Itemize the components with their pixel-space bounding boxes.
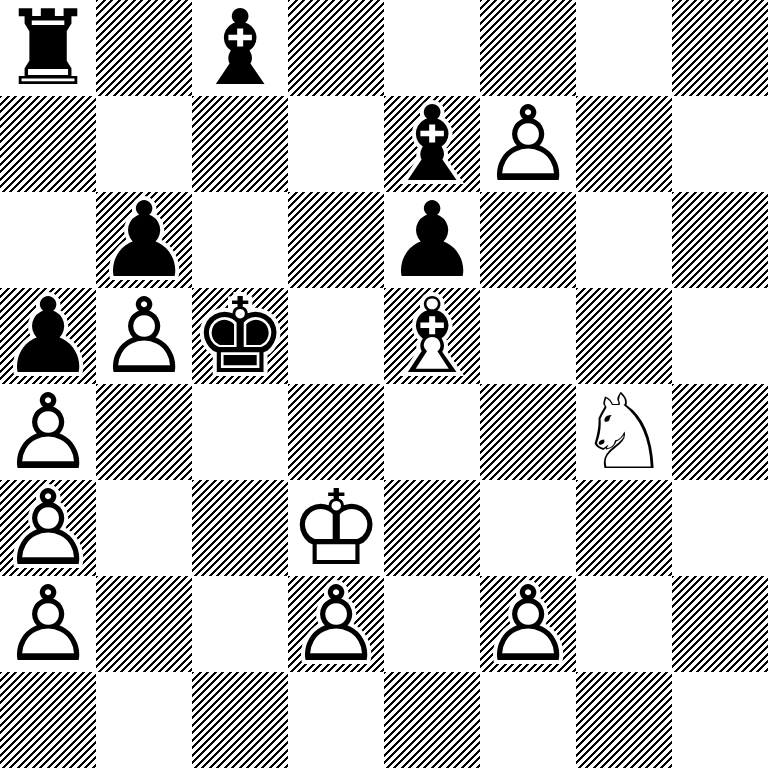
piece-white-king: ♚♔ xyxy=(288,480,384,576)
black-pawn-icon: ♟ xyxy=(0,288,96,384)
square-a2[interactable]: ♟♙ xyxy=(0,576,96,672)
square-h1[interactable] xyxy=(672,672,768,768)
square-g7[interactable] xyxy=(576,96,672,192)
piece-black-pawn: ♟♟ xyxy=(0,288,96,384)
piece-white-pawn: ♟♙ xyxy=(480,576,576,672)
square-f4[interactable] xyxy=(480,384,576,480)
square-f8[interactable] xyxy=(480,0,576,96)
white-pawn-icon: ♙ xyxy=(288,576,384,672)
square-c6[interactable] xyxy=(192,192,288,288)
piece-black-bishop: ♝♝ xyxy=(384,96,480,192)
white-pawn-icon: ♙ xyxy=(0,384,96,480)
square-h2[interactable] xyxy=(672,576,768,672)
square-e3[interactable] xyxy=(384,480,480,576)
piece-black-pawn: ♟♟ xyxy=(96,192,192,288)
square-h7[interactable] xyxy=(672,96,768,192)
square-c3[interactable] xyxy=(192,480,288,576)
square-d4[interactable] xyxy=(288,384,384,480)
square-h8[interactable] xyxy=(672,0,768,96)
square-a7[interactable] xyxy=(0,96,96,192)
piece-black-bishop: ♝♝ xyxy=(192,0,288,96)
black-king-icon: ♚ xyxy=(192,288,288,384)
square-b1[interactable] xyxy=(96,672,192,768)
square-b5[interactable]: ♟♙ xyxy=(96,288,192,384)
black-bishop-icon: ♝ xyxy=(192,0,288,96)
black-bishop-icon: ♝ xyxy=(384,96,480,192)
piece-white-pawn: ♟♙ xyxy=(288,576,384,672)
square-g2[interactable] xyxy=(576,576,672,672)
square-d6[interactable] xyxy=(288,192,384,288)
square-e5[interactable]: ♝♗ xyxy=(384,288,480,384)
square-a3[interactable]: ♟♙ xyxy=(0,480,96,576)
square-e4[interactable] xyxy=(384,384,480,480)
square-c5[interactable]: ♚♚ xyxy=(192,288,288,384)
white-pawn-icon: ♙ xyxy=(0,480,96,576)
white-knight-icon: ♘ xyxy=(576,384,672,480)
piece-white-pawn: ♟♙ xyxy=(96,288,192,384)
square-h3[interactable] xyxy=(672,480,768,576)
square-a4[interactable]: ♟♙ xyxy=(0,384,96,480)
piece-white-pawn: ♟♙ xyxy=(0,384,96,480)
square-d2[interactable]: ♟♙ xyxy=(288,576,384,672)
square-a8[interactable]: ♜♜ xyxy=(0,0,96,96)
square-d3[interactable]: ♚♔ xyxy=(288,480,384,576)
square-b6[interactable]: ♟♟ xyxy=(96,192,192,288)
black-rook-icon: ♜ xyxy=(0,0,96,96)
square-c2[interactable] xyxy=(192,576,288,672)
square-b2[interactable] xyxy=(96,576,192,672)
square-d8[interactable] xyxy=(288,0,384,96)
square-e1[interactable] xyxy=(384,672,480,768)
square-g4[interactable]: ♞♘ xyxy=(576,384,672,480)
square-a1[interactable] xyxy=(0,672,96,768)
square-f5[interactable] xyxy=(480,288,576,384)
piece-white-pawn: ♟♙ xyxy=(480,96,576,192)
square-f6[interactable] xyxy=(480,192,576,288)
square-b8[interactable] xyxy=(96,0,192,96)
square-a5[interactable]: ♟♟ xyxy=(0,288,96,384)
square-f2[interactable]: ♟♙ xyxy=(480,576,576,672)
chess-board: ♜♜♝♝♝♝♟♙♟♟♟♟♟♟♟♙♚♚♝♗♟♙♞♘♟♙♚♔♟♙♟♙♟♙ xyxy=(0,0,768,768)
white-pawn-icon: ♙ xyxy=(480,96,576,192)
white-king-icon: ♔ xyxy=(288,480,384,576)
piece-white-pawn: ♟♙ xyxy=(0,576,96,672)
white-pawn-icon: ♙ xyxy=(480,576,576,672)
square-g3[interactable] xyxy=(576,480,672,576)
square-f7[interactable]: ♟♙ xyxy=(480,96,576,192)
square-d7[interactable] xyxy=(288,96,384,192)
piece-white-pawn: ♟♙ xyxy=(0,480,96,576)
square-f3[interactable] xyxy=(480,480,576,576)
piece-white-bishop: ♝♗ xyxy=(384,288,480,384)
square-g6[interactable] xyxy=(576,192,672,288)
black-pawn-icon: ♟ xyxy=(96,192,192,288)
square-c8[interactable]: ♝♝ xyxy=(192,0,288,96)
square-h6[interactable] xyxy=(672,192,768,288)
square-c4[interactable] xyxy=(192,384,288,480)
square-h5[interactable] xyxy=(672,288,768,384)
square-e6[interactable]: ♟♟ xyxy=(384,192,480,288)
square-f1[interactable] xyxy=(480,672,576,768)
square-d1[interactable] xyxy=(288,672,384,768)
square-g8[interactable] xyxy=(576,0,672,96)
square-g5[interactable] xyxy=(576,288,672,384)
square-e8[interactable] xyxy=(384,0,480,96)
square-c1[interactable] xyxy=(192,672,288,768)
square-b7[interactable] xyxy=(96,96,192,192)
piece-white-knight: ♞♘ xyxy=(576,384,672,480)
square-b3[interactable] xyxy=(96,480,192,576)
square-e2[interactable] xyxy=(384,576,480,672)
white-pawn-icon: ♙ xyxy=(96,288,192,384)
square-h4[interactable] xyxy=(672,384,768,480)
square-b4[interactable] xyxy=(96,384,192,480)
piece-black-pawn: ♟♟ xyxy=(384,192,480,288)
white-bishop-icon: ♗ xyxy=(384,288,480,384)
square-a6[interactable] xyxy=(0,192,96,288)
square-g1[interactable] xyxy=(576,672,672,768)
square-e7[interactable]: ♝♝ xyxy=(384,96,480,192)
piece-black-king: ♚♚ xyxy=(192,288,288,384)
square-c7[interactable] xyxy=(192,96,288,192)
white-pawn-icon: ♙ xyxy=(0,576,96,672)
square-d5[interactable] xyxy=(288,288,384,384)
piece-black-rook: ♜♜ xyxy=(0,0,96,96)
black-pawn-icon: ♟ xyxy=(384,192,480,288)
